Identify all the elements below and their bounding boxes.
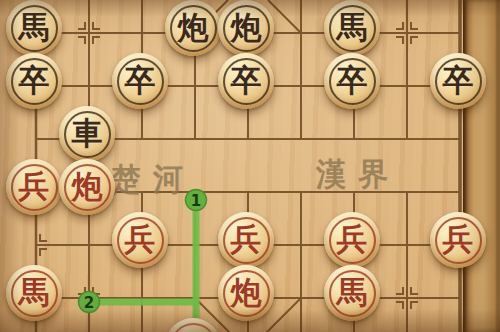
- piece-character: 卒: [443, 65, 474, 96]
- piece-black-cannon-f5r3[interactable]: 炮: [218, 0, 274, 56]
- piece-black-horse-f1r3[interactable]: 馬: [6, 0, 62, 56]
- piece-character: 炮: [178, 12, 209, 43]
- piece-character: 兵: [337, 224, 368, 255]
- piece-red-horse-f1r8[interactable]: 馬: [6, 265, 62, 321]
- piece-character: 兵: [443, 224, 474, 255]
- piece-character: 卒: [125, 65, 156, 96]
- move-hint-number-2: 2: [84, 294, 94, 312]
- move-hint-line-1: [193, 200, 200, 332]
- piece-character: 馬: [337, 12, 368, 43]
- piece-character: 炮: [231, 12, 262, 43]
- piece-red-soldier-f3r7[interactable]: 兵: [112, 212, 168, 268]
- piece-black-soldier-f9r4[interactable]: 卒: [430, 53, 486, 109]
- piece-character: 馬: [19, 12, 50, 43]
- piece-black-chariot-f2r5[interactable]: 車: [59, 106, 115, 162]
- piece-character: 卒: [231, 65, 262, 96]
- piece-black-soldier-f7r4[interactable]: 卒: [324, 53, 380, 109]
- piece-black-cannon-f4r3[interactable]: 炮: [165, 0, 221, 56]
- piece-character: 卒: [19, 65, 50, 96]
- piece-black-horse-f7r3[interactable]: 馬: [324, 0, 380, 56]
- river-label-right: 漢界: [297, 154, 407, 197]
- piece-black-soldier-f1r4[interactable]: 卒: [6, 53, 62, 109]
- piece-black-soldier-f3r4[interactable]: 卒: [112, 53, 168, 109]
- piece-character: 卒: [337, 65, 368, 96]
- move-hint-line-2: [89, 299, 199, 306]
- piece-character: 馬: [337, 277, 368, 308]
- piece-character: 車: [72, 118, 103, 149]
- board-frame: [463, 0, 500, 332]
- piece-red-soldier-f7r7[interactable]: 兵: [324, 212, 380, 268]
- piece-character: 炮: [231, 277, 262, 308]
- piece-character: 兵: [125, 224, 156, 255]
- piece-character: 兵: [19, 171, 50, 202]
- piece-character: 馬: [19, 277, 50, 308]
- piece-red-soldier-f1r6[interactable]: 兵: [6, 159, 62, 215]
- piece-red-soldier-f9r7[interactable]: 兵: [430, 212, 486, 268]
- piece-red-soldier-f5r7[interactable]: 兵: [218, 212, 274, 268]
- piece-character: 炮: [72, 171, 103, 202]
- piece-red-horse-f7r8[interactable]: 馬: [324, 265, 380, 321]
- xiangqi-board: 12 楚河 漢界 馬炮炮馬卒卒卒卒卒車兵炮兵兵兵兵馬炮馬: [0, 0, 500, 332]
- piece-character: 兵: [231, 224, 262, 255]
- piece-red-cannon-f5r8[interactable]: 炮: [218, 265, 274, 321]
- piece-black-soldier-f5r4[interactable]: 卒: [218, 53, 274, 109]
- piece-red-cannon-f2r6[interactable]: 炮: [59, 159, 115, 215]
